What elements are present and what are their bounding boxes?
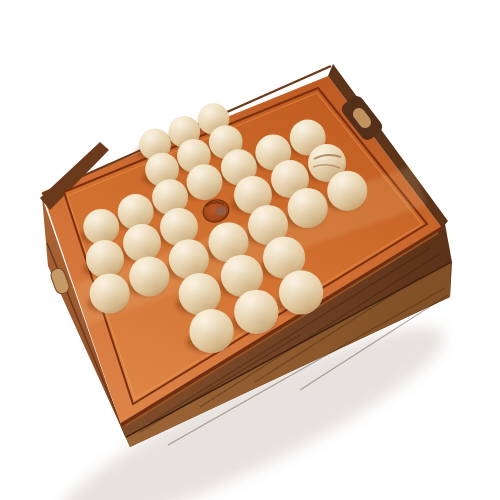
left-finger-notch xyxy=(49,266,71,295)
product-photo-stage xyxy=(0,0,500,500)
peg-solitaire-board xyxy=(0,0,500,500)
